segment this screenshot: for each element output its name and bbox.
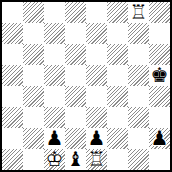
white-king: ♚♔ — [44, 149, 65, 170]
square-a2[interactable] — [2, 128, 23, 149]
square-c7[interactable] — [44, 23, 65, 44]
square-g4[interactable] — [128, 86, 149, 107]
square-e3[interactable] — [86, 107, 107, 128]
square-b7[interactable] — [23, 23, 44, 44]
square-h2[interactable]: ♟ — [149, 128, 170, 149]
black-king: ♚ — [149, 65, 170, 86]
square-c8[interactable] — [44, 2, 65, 23]
square-b2[interactable] — [23, 128, 44, 149]
square-b1[interactable] — [23, 149, 44, 170]
square-e2[interactable]: ♟ — [86, 128, 107, 149]
square-a7[interactable] — [2, 23, 23, 44]
piece-outline-glyph: ♖ — [86, 149, 107, 170]
square-d3[interactable] — [65, 107, 86, 128]
piece-outline-glyph: ♔ — [44, 149, 65, 170]
square-h1[interactable] — [149, 149, 170, 170]
chess-board: ♜♖♚♟♟♟♚♔♝♜♖ — [0, 0, 172, 172]
white-rook: ♜♖ — [86, 149, 107, 170]
black-pawn: ♟ — [86, 128, 107, 149]
square-f1[interactable] — [107, 149, 128, 170]
white-rook: ♜♖ — [128, 2, 149, 23]
square-d6[interactable] — [65, 44, 86, 65]
square-h8[interactable] — [149, 2, 170, 23]
square-e7[interactable] — [86, 23, 107, 44]
square-c5[interactable] — [44, 65, 65, 86]
square-b4[interactable] — [23, 86, 44, 107]
black-pawn: ♟ — [149, 128, 170, 149]
square-h4[interactable] — [149, 86, 170, 107]
square-c6[interactable] — [44, 44, 65, 65]
square-c1[interactable]: ♚♔ — [44, 149, 65, 170]
square-a8[interactable] — [2, 2, 23, 23]
square-d8[interactable] — [65, 2, 86, 23]
square-b3[interactable] — [23, 107, 44, 128]
square-g8[interactable]: ♜♖ — [128, 2, 149, 23]
square-a1[interactable] — [2, 149, 23, 170]
square-f2[interactable] — [107, 128, 128, 149]
square-h5[interactable]: ♚ — [149, 65, 170, 86]
square-h3[interactable] — [149, 107, 170, 128]
square-d1[interactable]: ♝ — [65, 149, 86, 170]
black-bishop: ♝ — [65, 149, 86, 170]
square-g2[interactable] — [128, 128, 149, 149]
square-a4[interactable] — [2, 86, 23, 107]
black-pawn: ♟ — [44, 128, 65, 149]
square-f8[interactable] — [107, 2, 128, 23]
square-g5[interactable] — [128, 65, 149, 86]
square-a6[interactable] — [2, 44, 23, 65]
square-h7[interactable] — [149, 23, 170, 44]
square-f3[interactable] — [107, 107, 128, 128]
square-d2[interactable] — [65, 128, 86, 149]
square-d5[interactable] — [65, 65, 86, 86]
square-e6[interactable] — [86, 44, 107, 65]
square-e8[interactable] — [86, 2, 107, 23]
square-b5[interactable] — [23, 65, 44, 86]
square-g1[interactable] — [128, 149, 149, 170]
square-e1[interactable]: ♜♖ — [86, 149, 107, 170]
square-h6[interactable] — [149, 44, 170, 65]
square-f5[interactable] — [107, 65, 128, 86]
square-d7[interactable] — [65, 23, 86, 44]
square-c4[interactable] — [44, 86, 65, 107]
square-g6[interactable] — [128, 44, 149, 65]
square-a3[interactable] — [2, 107, 23, 128]
square-d4[interactable] — [65, 86, 86, 107]
square-b8[interactable] — [23, 2, 44, 23]
square-f7[interactable] — [107, 23, 128, 44]
square-c3[interactable] — [44, 107, 65, 128]
square-f4[interactable] — [107, 86, 128, 107]
square-b6[interactable] — [23, 44, 44, 65]
square-e5[interactable] — [86, 65, 107, 86]
square-e4[interactable] — [86, 86, 107, 107]
square-g7[interactable] — [128, 23, 149, 44]
square-c2[interactable]: ♟ — [44, 128, 65, 149]
square-f6[interactable] — [107, 44, 128, 65]
square-a5[interactable] — [2, 65, 23, 86]
square-g3[interactable] — [128, 107, 149, 128]
piece-outline-glyph: ♖ — [128, 2, 149, 23]
